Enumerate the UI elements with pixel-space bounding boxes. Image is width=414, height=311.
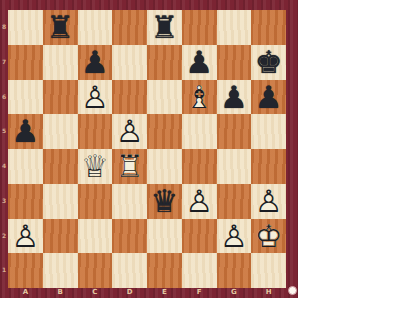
square-g8[interactable] xyxy=(217,10,252,45)
piece-black-pawn[interactable]: ♟ xyxy=(8,114,43,149)
square-d6[interactable] xyxy=(112,80,147,115)
square-e4[interactable] xyxy=(147,149,182,184)
square-c8[interactable] xyxy=(78,10,113,45)
square-a4[interactable] xyxy=(8,149,43,184)
rank-label-5: 5 xyxy=(0,114,8,149)
rank-label-4: 4 xyxy=(0,149,8,184)
piece-white-pawn[interactable]: ♟♙ xyxy=(182,184,217,219)
piece-white-king[interactable]: ♚♔ xyxy=(251,219,286,254)
square-f1[interactable] xyxy=(182,253,217,288)
square-h8[interactable] xyxy=(251,10,286,45)
square-g5[interactable] xyxy=(217,114,252,149)
square-g4[interactable] xyxy=(217,149,252,184)
square-f6[interactable]: ♝♗ xyxy=(182,80,217,115)
square-e5[interactable] xyxy=(147,114,182,149)
piece-black-rook[interactable]: ♜ xyxy=(43,10,78,45)
black-piece-glyph: ♟ xyxy=(217,80,252,115)
square-b7[interactable] xyxy=(43,45,78,80)
white-piece-outline: ♙ xyxy=(112,114,147,149)
square-b6[interactable] xyxy=(43,80,78,115)
file-label-a: A xyxy=(8,287,43,298)
square-c1[interactable] xyxy=(78,253,113,288)
black-piece-glyph: ♚ xyxy=(251,45,286,80)
square-b5[interactable] xyxy=(43,114,78,149)
square-a7[interactable] xyxy=(8,45,43,80)
white-piece-outline: ♙ xyxy=(217,219,252,254)
square-g7[interactable] xyxy=(217,45,252,80)
square-c2[interactable] xyxy=(78,219,113,254)
square-a3[interactable] xyxy=(8,184,43,219)
file-label-d: D xyxy=(112,287,147,298)
file-label-e: E xyxy=(147,287,182,298)
square-a5[interactable]: ♟ xyxy=(8,114,43,149)
square-d5[interactable]: ♟♙ xyxy=(112,114,147,149)
square-b2[interactable] xyxy=(43,219,78,254)
white-piece-outline: ♕ xyxy=(78,149,113,184)
white-piece-outline: ♙ xyxy=(182,184,217,219)
white-piece-outline: ♙ xyxy=(78,80,113,115)
square-h5[interactable] xyxy=(251,114,286,149)
file-label-f: F xyxy=(182,287,217,298)
square-b1[interactable] xyxy=(43,253,78,288)
square-d3[interactable] xyxy=(112,184,147,219)
file-label-h: H xyxy=(251,287,286,298)
piece-white-pawn[interactable]: ♟♙ xyxy=(8,219,43,254)
piece-black-pawn[interactable]: ♟ xyxy=(251,80,286,115)
square-a2[interactable]: ♟♙ xyxy=(8,219,43,254)
black-piece-glyph: ♛ xyxy=(147,184,182,219)
square-d4[interactable]: ♜♖ xyxy=(112,149,147,184)
piece-black-pawn[interactable]: ♟ xyxy=(217,80,252,115)
square-b8[interactable]: ♜ xyxy=(43,10,78,45)
square-d8[interactable] xyxy=(112,10,147,45)
white-piece-outline: ♙ xyxy=(8,219,43,254)
square-g6[interactable]: ♟ xyxy=(217,80,252,115)
square-b3[interactable] xyxy=(43,184,78,219)
piece-white-rook[interactable]: ♜♖ xyxy=(112,149,147,184)
black-piece-glyph: ♟ xyxy=(251,80,286,115)
square-a6[interactable] xyxy=(8,80,43,115)
white-piece-outline: ♗ xyxy=(182,80,217,115)
rank-label-2: 2 xyxy=(0,219,8,254)
square-c6[interactable]: ♟♙ xyxy=(78,80,113,115)
square-e2[interactable] xyxy=(147,219,182,254)
square-h2[interactable]: ♚♔ xyxy=(251,219,286,254)
square-d7[interactable] xyxy=(112,45,147,80)
square-g3[interactable] xyxy=(217,184,252,219)
file-label-c: C xyxy=(78,287,113,298)
black-piece-glyph: ♜ xyxy=(147,10,182,45)
file-label-b: B xyxy=(43,287,78,298)
chess-board-frame: ♜♜♟♟♚♟♙♝♗♟♟♟♟♙♛♕♜♖♛♟♙♟♙♟♙♟♙♚♔ 87654321 A… xyxy=(0,0,298,298)
square-f5[interactable] xyxy=(182,114,217,149)
black-piece-glyph: ♟ xyxy=(8,114,43,149)
black-piece-glyph: ♟ xyxy=(78,45,113,80)
square-h4[interactable] xyxy=(251,149,286,184)
piece-black-king[interactable]: ♚ xyxy=(251,45,286,80)
square-a1[interactable] xyxy=(8,253,43,288)
square-f7[interactable]: ♟ xyxy=(182,45,217,80)
square-h6[interactable]: ♟ xyxy=(251,80,286,115)
white-to-move-indicator-dot xyxy=(288,286,297,295)
piece-black-rook[interactable]: ♜ xyxy=(147,10,182,45)
piece-white-pawn[interactable]: ♟♙ xyxy=(251,184,286,219)
square-e1[interactable] xyxy=(147,253,182,288)
square-g2[interactable]: ♟♙ xyxy=(217,219,252,254)
rank-label-8: 8 xyxy=(0,10,8,45)
square-h7[interactable]: ♚ xyxy=(251,45,286,80)
rank-label-7: 7 xyxy=(0,45,8,80)
white-piece-outline: ♖ xyxy=(112,149,147,184)
square-e8[interactable]: ♜ xyxy=(147,10,182,45)
page: ♜♜♟♟♚♟♙♝♗♟♟♟♟♙♛♕♜♖♛♟♙♟♙♟♙♟♙♚♔ 87654321 A… xyxy=(0,0,414,311)
square-f2[interactable] xyxy=(182,219,217,254)
piece-white-queen[interactable]: ♛♕ xyxy=(78,149,113,184)
piece-white-pawn[interactable]: ♟♙ xyxy=(78,80,113,115)
square-f8[interactable] xyxy=(182,10,217,45)
piece-black-pawn[interactable]: ♟ xyxy=(78,45,113,80)
black-piece-glyph: ♜ xyxy=(43,10,78,45)
square-d2[interactable] xyxy=(112,219,147,254)
chess-board[interactable]: ♜♜♟♟♚♟♙♝♗♟♟♟♟♙♛♕♜♖♛♟♙♟♙♟♙♟♙♚♔ xyxy=(8,10,286,288)
square-c7[interactable]: ♟ xyxy=(78,45,113,80)
piece-black-pawn[interactable]: ♟ xyxy=(182,45,217,80)
black-piece-glyph: ♟ xyxy=(182,45,217,80)
rank-label-6: 6 xyxy=(0,80,8,115)
square-e7[interactable] xyxy=(147,45,182,80)
piece-white-bishop[interactable]: ♝♗ xyxy=(182,80,217,115)
square-c4[interactable]: ♛♕ xyxy=(78,149,113,184)
piece-white-pawn[interactable]: ♟♙ xyxy=(217,219,252,254)
piece-white-pawn[interactable]: ♟♙ xyxy=(112,114,147,149)
square-e3[interactable]: ♛ xyxy=(147,184,182,219)
white-piece-outline: ♔ xyxy=(251,219,286,254)
square-f4[interactable] xyxy=(182,149,217,184)
square-e6[interactable] xyxy=(147,80,182,115)
square-b4[interactable] xyxy=(43,149,78,184)
square-c5[interactable] xyxy=(78,114,113,149)
square-c3[interactable] xyxy=(78,184,113,219)
square-h3[interactable]: ♟♙ xyxy=(251,184,286,219)
rank-label-1: 1 xyxy=(0,253,8,288)
piece-black-queen[interactable]: ♛ xyxy=(147,184,182,219)
square-a8[interactable] xyxy=(8,10,43,45)
white-piece-outline: ♙ xyxy=(251,184,286,219)
square-d1[interactable] xyxy=(112,253,147,288)
square-h1[interactable] xyxy=(251,253,286,288)
file-label-g: G xyxy=(217,287,252,298)
square-g1[interactable] xyxy=(217,253,252,288)
rank-label-3: 3 xyxy=(0,184,8,219)
square-f3[interactable]: ♟♙ xyxy=(182,184,217,219)
